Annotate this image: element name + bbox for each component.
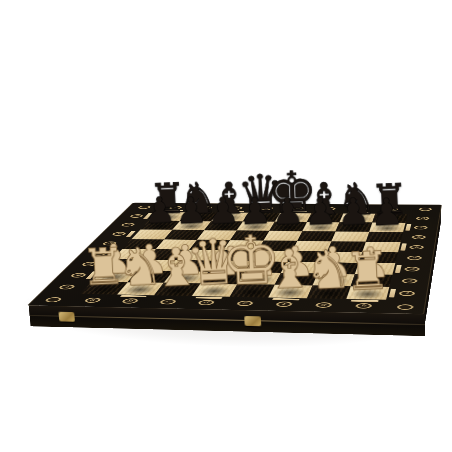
file-label-f: f: [275, 301, 293, 307]
white-rook-glyph: ♜: [343, 244, 391, 298]
file-label-d: d: [196, 300, 215, 306]
chessboard: aa88bb77cc66dd55ee44ff33gg22hh11 ♜♞♝♛♚♝♞…: [27, 203, 442, 314]
rank-label-right-4: 4: [407, 256, 422, 261]
corner-medallion: [44, 297, 63, 302]
frame-accent-bar: [223, 211, 245, 212]
file-label-g: g: [314, 302, 332, 308]
rank-label-1: 1: [58, 284, 77, 289]
rank-label-right-3: 3: [404, 267, 420, 272]
frame-accent-bar: [348, 212, 370, 213]
file-label-b: b: [120, 298, 139, 303]
frame-accent-bar: [195, 297, 222, 299]
brass-clasp-center: [244, 316, 261, 326]
frame-accent-bar: [405, 224, 411, 230]
square-h7[interactable]: ♟: [369, 223, 405, 233]
corner-medallion: [397, 304, 414, 310]
brass-clasp-left: [58, 312, 75, 322]
square-h1[interactable]: ♜: [346, 286, 389, 300]
file-label-e: e: [235, 301, 253, 307]
black-pawn-glyph: ♟: [369, 193, 404, 231]
rank-label-right-7: 7: [414, 226, 428, 230]
frame-accent-bar: [400, 243, 406, 250]
file-label-c: c: [158, 299, 177, 304]
file-label-h: h: [354, 303, 371, 309]
frame-accent-bar: [395, 265, 402, 273]
frame-accent-bar: [162, 210, 184, 211]
rank-label-right-2: 2: [402, 278, 418, 283]
box-seam: [29, 315, 425, 325]
frame-accent-bar: [120, 295, 147, 297]
rank-label-right-5: 5: [409, 245, 424, 249]
rank-label-right-8: 8: [416, 217, 430, 221]
rank-label-right-1: 1: [399, 291, 416, 296]
black-pawn-glyph: ♟: [303, 193, 337, 231]
frame-accent-bar: [285, 211, 307, 212]
corner-medallion: [419, 208, 432, 211]
file-label-a: a: [83, 298, 102, 303]
rank-label-7: 7: [120, 223, 136, 227]
rank-label-right-6: 6: [411, 235, 425, 239]
frame-accent-bar: [351, 300, 379, 302]
rank-label-8: 8: [129, 214, 144, 217]
product-photo: aa88bb77cc66dd55ee44ff33gg22hh11 ♜♞♝♛♚♝♞…: [0, 0, 452, 452]
frame-accent-bar: [272, 298, 299, 300]
square-f7[interactable]: ♟: [302, 222, 339, 232]
